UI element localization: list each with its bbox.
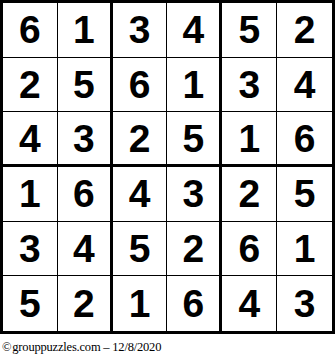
cell-r5c2[interactable]: 4: [58, 222, 113, 277]
cell-r6c4[interactable]: 6: [167, 276, 222, 331]
copyright-icon: ©: [2, 340, 11, 355]
cell-r4c3[interactable]: 4: [113, 167, 168, 222]
cell-r6c1[interactable]: 5: [3, 276, 58, 331]
cell-r1c5[interactable]: 5: [222, 3, 277, 58]
cell-r6c5[interactable]: 4: [222, 276, 277, 331]
cell-r4c2[interactable]: 6: [58, 167, 113, 222]
cell-r5c6[interactable]: 1: [277, 222, 332, 277]
copyright-caption: © grouppuzzles.com – 12/8/2020: [2, 337, 161, 357]
cell-r1c4[interactable]: 4: [167, 3, 222, 58]
cell-r1c3[interactable]: 3: [113, 3, 168, 58]
cell-r4c6[interactable]: 5: [277, 167, 332, 222]
puzzle-page: 613452256134432516164325345261521643 © g…: [0, 0, 335, 357]
cell-r5c5[interactable]: 6: [222, 222, 277, 277]
cell-r2c2[interactable]: 5: [58, 58, 113, 113]
cell-r2c3[interactable]: 6: [113, 58, 168, 113]
cell-r5c3[interactable]: 5: [113, 222, 168, 277]
cell-r6c3[interactable]: 1: [113, 276, 168, 331]
cell-r5c1[interactable]: 3: [3, 222, 58, 277]
cell-r2c1[interactable]: 2: [3, 58, 58, 113]
copyright-text: grouppuzzles.com – 12/8/2020: [12, 340, 161, 355]
cell-r6c6[interactable]: 3: [277, 276, 332, 331]
cell-r1c6[interactable]: 2: [277, 3, 332, 58]
cell-r3c2[interactable]: 3: [58, 112, 113, 167]
cell-r3c3[interactable]: 2: [113, 112, 168, 167]
cell-r1c2[interactable]: 1: [58, 3, 113, 58]
cell-r4c4[interactable]: 3: [167, 167, 222, 222]
cell-r6c2[interactable]: 2: [58, 276, 113, 331]
sudoku-board: 613452256134432516164325345261521643: [0, 0, 335, 334]
cell-r2c6[interactable]: 4: [277, 58, 332, 113]
cell-r2c5[interactable]: 3: [222, 58, 277, 113]
cell-r3c5[interactable]: 1: [222, 112, 277, 167]
cell-r3c1[interactable]: 4: [3, 112, 58, 167]
cell-r4c5[interactable]: 2: [222, 167, 277, 222]
cell-r3c4[interactable]: 5: [167, 112, 222, 167]
cell-r4c1[interactable]: 1: [3, 167, 58, 222]
cell-r1c1[interactable]: 6: [3, 3, 58, 58]
cell-r3c6[interactable]: 6: [277, 112, 332, 167]
cell-r5c4[interactable]: 2: [167, 222, 222, 277]
cell-r2c4[interactable]: 1: [167, 58, 222, 113]
